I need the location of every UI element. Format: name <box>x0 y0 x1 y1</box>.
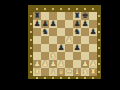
square-e4[interactable] <box>65 44 73 52</box>
square-d6[interactable] <box>57 28 65 36</box>
coordinate-tick <box>76 77 78 79</box>
square-g6[interactable] <box>81 28 89 36</box>
square-c5[interactable] <box>49 36 57 44</box>
coordinate-tick <box>98 23 100 25</box>
white-bishop-piece[interactable]: ♝ <box>74 68 81 76</box>
square-h1[interactable]: ♜ <box>89 68 97 76</box>
coordinate-tick <box>30 23 32 25</box>
square-c6[interactable] <box>49 28 57 36</box>
coordinate-tick <box>52 8 54 10</box>
coordinate-tick <box>76 8 78 10</box>
black-pawn-piece[interactable]: ♟ <box>74 44 81 52</box>
black-knight-piece[interactable]: ♞ <box>42 28 49 36</box>
white-bishop-piece[interactable]: ♝ <box>50 68 57 76</box>
black-pawn-piece[interactable]: ♟ <box>58 44 65 52</box>
white-rook-piece[interactable]: ♜ <box>90 68 97 76</box>
coordinate-tick <box>44 8 46 10</box>
coordinate-tick <box>44 77 46 79</box>
square-e1[interactable]: ♚ <box>65 68 73 76</box>
coordinate-tick <box>98 55 100 57</box>
white-pawn-piece[interactable]: ♟ <box>42 60 49 68</box>
square-c7[interactable]: ♟ <box>49 20 57 28</box>
white-pawn-piece[interactable]: ♟ <box>66 36 73 44</box>
black-knight-piece[interactable]: ♞ <box>74 28 81 36</box>
square-h4[interactable] <box>89 44 97 52</box>
coordinate-tick <box>98 31 100 33</box>
desktop-background: { "game": "chess", "position": "r4rk1/pp… <box>0 0 120 90</box>
square-h5[interactable] <box>89 36 97 44</box>
white-queen-piece[interactable]: ♛ <box>58 68 65 76</box>
coordinate-tick <box>30 47 32 49</box>
black-pawn-piece[interactable]: ♟ <box>50 20 57 28</box>
black-pawn-piece[interactable]: ♟ <box>34 20 41 28</box>
square-b4[interactable] <box>41 44 49 52</box>
square-h8[interactable] <box>89 12 97 20</box>
coordinate-tick <box>68 8 70 10</box>
coordinate-tick <box>60 77 62 79</box>
black-pawn-piece[interactable]: ♟ <box>82 20 89 28</box>
coordinate-tick <box>36 77 38 79</box>
square-b6[interactable]: ♞ <box>41 28 49 36</box>
square-b1[interactable] <box>41 68 49 76</box>
square-e3[interactable] <box>65 52 73 60</box>
square-d4[interactable]: ♟ <box>57 44 65 52</box>
square-f6[interactable]: ♞ <box>73 28 81 36</box>
square-g5[interactable] <box>81 36 89 44</box>
coordinate-tick <box>98 63 100 65</box>
square-d7[interactable] <box>57 20 65 28</box>
square-a4[interactable] <box>33 44 41 52</box>
coordinate-tick <box>98 39 100 41</box>
black-pawn-piece[interactable]: ♟ <box>90 28 97 36</box>
square-e8[interactable] <box>65 12 73 20</box>
coordinate-tick <box>30 71 32 73</box>
square-f1[interactable]: ♝ <box>73 68 81 76</box>
coordinate-tick <box>52 77 54 79</box>
white-king-piece[interactable]: ♚ <box>66 68 73 76</box>
square-a5[interactable] <box>33 36 41 44</box>
coordinate-tick <box>60 8 62 10</box>
square-a7[interactable]: ♟ <box>33 20 41 28</box>
square-a1[interactable]: ♜ <box>33 68 41 76</box>
chessboard[interactable]: ♜♜♚♟♟♟♟♟♞♞♟♟♟♟♞♟♟♟♟♟♟♜♝♛♚♝♞♜ <box>33 12 97 76</box>
coordinate-tick <box>84 8 86 10</box>
coordinate-tick <box>36 8 38 10</box>
white-rook-piece[interactable]: ♜ <box>34 68 41 76</box>
coordinate-tick <box>30 39 32 41</box>
square-f3[interactable] <box>73 52 81 60</box>
coordinate-tick <box>98 71 100 73</box>
square-e7[interactable] <box>65 20 73 28</box>
coordinate-tick <box>84 77 86 79</box>
square-b2[interactable]: ♟ <box>41 60 49 68</box>
coordinate-tick <box>68 77 70 79</box>
square-h6[interactable]: ♟ <box>89 28 97 36</box>
coordinate-tick <box>92 77 94 79</box>
coordinate-tick <box>30 63 32 65</box>
square-f4[interactable]: ♟ <box>73 44 81 52</box>
coordinate-tick <box>30 15 32 17</box>
square-c1[interactable]: ♝ <box>49 68 57 76</box>
square-g1[interactable]: ♞ <box>81 68 89 76</box>
coordinate-tick <box>98 47 100 49</box>
coordinate-tick <box>92 8 94 10</box>
square-g4[interactable] <box>81 44 89 52</box>
square-e5[interactable]: ♟ <box>65 36 73 44</box>
coordinate-tick <box>30 31 32 33</box>
square-a6[interactable] <box>33 28 41 36</box>
square-g7[interactable]: ♟ <box>81 20 89 28</box>
coordinate-tick <box>98 15 100 17</box>
square-b5[interactable] <box>41 36 49 44</box>
white-knight-piece[interactable]: ♞ <box>82 68 89 76</box>
square-d1[interactable]: ♛ <box>57 68 65 76</box>
chessboard-frame: ♜♜♚♟♟♟♟♟♞♞♟♟♟♟♞♟♟♟♟♟♟♜♝♛♚♝♞♜ <box>28 5 101 79</box>
coordinate-tick <box>30 55 32 57</box>
square-d8[interactable] <box>57 12 65 20</box>
